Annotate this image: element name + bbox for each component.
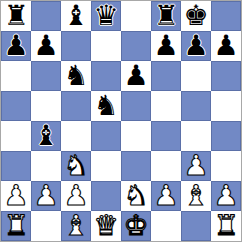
white-bishop-piece: ♝ [63,212,88,240]
square-a8[interactable]: ♜ [1,1,31,31]
square-h1[interactable]: ♜ [211,211,241,241]
square-d2[interactable] [91,181,121,211]
square-b7[interactable]: ♟ [31,31,61,61]
square-f5[interactable] [151,91,181,121]
square-e6[interactable]: ♟ [121,61,151,91]
square-a7[interactable]: ♟ [1,31,31,61]
square-d7[interactable] [91,31,121,61]
white-pawn-piece: ♟ [33,182,58,210]
square-e4[interactable] [121,121,151,151]
square-d6[interactable] [91,61,121,91]
square-b6[interactable] [31,61,61,91]
black-rook-piece: ♜ [3,2,28,30]
square-h5[interactable] [211,91,241,121]
square-f3[interactable] [151,151,181,181]
white-pawn-piece: ♟ [63,182,88,210]
square-h6[interactable] [211,61,241,91]
square-b1[interactable] [31,211,61,241]
square-c5[interactable] [61,91,91,121]
white-pawn-piece: ♟ [183,152,208,180]
square-e7[interactable] [121,31,151,61]
white-king-piece: ♚ [123,212,148,240]
square-f7[interactable]: ♟ [151,31,181,61]
square-g1[interactable] [181,211,211,241]
black-pawn-piece: ♟ [213,32,238,60]
white-bishop-piece: ♝ [183,182,208,210]
square-d5[interactable]: ♞ [91,91,121,121]
square-g4[interactable] [181,121,211,151]
white-queen-piece: ♛ [93,212,118,240]
square-g2[interactable]: ♝ [181,181,211,211]
square-e2[interactable]: ♞ [121,181,151,211]
white-rook-piece: ♜ [3,212,28,240]
square-b3[interactable] [31,151,61,181]
square-c1[interactable]: ♝ [61,211,91,241]
square-f6[interactable] [151,61,181,91]
black-pawn-piece: ♟ [3,32,28,60]
square-f4[interactable] [151,121,181,151]
square-h7[interactable]: ♟ [211,31,241,61]
square-c7[interactable] [61,31,91,61]
square-g6[interactable] [181,61,211,91]
white-pawn-piece: ♟ [153,182,178,210]
square-g3[interactable]: ♟ [181,151,211,181]
square-a2[interactable]: ♟ [1,181,31,211]
square-h2[interactable]: ♟ [211,181,241,211]
square-g8[interactable]: ♚ [181,1,211,31]
white-pawn-piece: ♟ [3,182,28,210]
square-c2[interactable]: ♟ [61,181,91,211]
square-c3[interactable]: ♞ [61,151,91,181]
square-b4[interactable]: ♝ [31,121,61,151]
black-queen-piece: ♛ [93,2,118,30]
square-f2[interactable]: ♟ [151,181,181,211]
square-b2[interactable]: ♟ [31,181,61,211]
black-king-piece: ♚ [183,2,208,30]
square-e1[interactable]: ♚ [121,211,151,241]
square-h3[interactable] [211,151,241,181]
square-a6[interactable] [1,61,31,91]
square-d1[interactable]: ♛ [91,211,121,241]
square-b8[interactable] [31,1,61,31]
square-c8[interactable]: ♝ [61,1,91,31]
square-h8[interactable] [211,1,241,31]
black-pawn-piece: ♟ [123,62,148,90]
square-a3[interactable] [1,151,31,181]
square-a4[interactable] [1,121,31,151]
white-rook-piece: ♜ [213,212,238,240]
square-a5[interactable] [1,91,31,121]
square-c6[interactable]: ♞ [61,61,91,91]
square-e3[interactable] [121,151,151,181]
square-e5[interactable] [121,91,151,121]
black-pawn-piece: ♟ [153,32,178,60]
white-knight-piece: ♞ [63,152,88,180]
square-d3[interactable] [91,151,121,181]
black-bishop-piece: ♝ [33,122,58,150]
black-knight-piece: ♞ [63,62,88,90]
square-f8[interactable]: ♜ [151,1,181,31]
white-knight-piece: ♞ [123,182,148,210]
black-knight-piece: ♞ [93,92,118,120]
square-d8[interactable]: ♛ [91,1,121,31]
square-f1[interactable] [151,211,181,241]
black-rook-piece: ♜ [153,2,178,30]
square-c4[interactable] [61,121,91,151]
square-e8[interactable] [121,1,151,31]
square-h4[interactable] [211,121,241,151]
chess-board: ♜♝♛♜♚♟♟♟♟♟♞♟♞♝♞♟♟♟♟♞♟♝♟♜♝♛♚♜ [0,0,242,242]
black-bishop-piece: ♝ [63,2,88,30]
white-pawn-piece: ♟ [213,182,238,210]
square-g7[interactable]: ♟ [181,31,211,61]
square-a1[interactable]: ♜ [1,211,31,241]
square-g5[interactable] [181,91,211,121]
square-d4[interactable] [91,121,121,151]
black-pawn-piece: ♟ [33,32,58,60]
black-pawn-piece: ♟ [183,32,208,60]
square-b5[interactable] [31,91,61,121]
